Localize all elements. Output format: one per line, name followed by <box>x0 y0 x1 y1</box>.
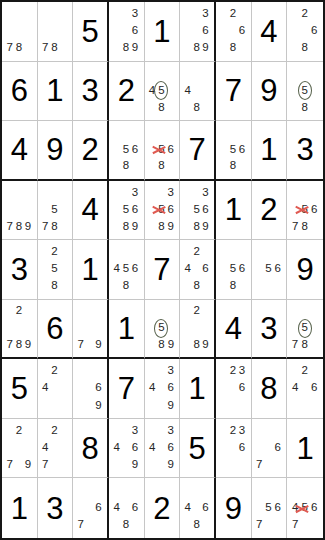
mark-slot <box>183 184 192 201</box>
mark-slot: 8 <box>192 278 201 295</box>
mark-slot: 5 <box>300 201 310 218</box>
cell-r5c5[interactable]: 7 <box>145 240 181 300</box>
pencil-mark: 2 <box>16 425 22 437</box>
cell-r1c3[interactable]: 5 <box>73 2 109 62</box>
pencil-mark: 5 <box>230 144 236 156</box>
cell-r1c2[interactable]: 78 <box>38 2 74 62</box>
cell-r7c5[interactable]: 3469 <box>145 359 181 419</box>
cell-r3c9[interactable]: 3 <box>287 121 323 181</box>
mark-slot <box>14 184 23 201</box>
pencil-marks: 35689 <box>180 181 214 240</box>
mark-slot <box>121 481 130 499</box>
mark-slot <box>310 303 319 320</box>
mark-slot <box>94 362 103 379</box>
mark-slot: 6 <box>273 439 282 456</box>
mark-slot <box>76 320 85 337</box>
mark-slot <box>255 243 264 260</box>
mark-slot: 9 <box>23 456 32 473</box>
cell-r1c6[interactable]: 3689 <box>180 2 216 62</box>
mark-slot <box>59 201 68 218</box>
mark-slot <box>59 218 68 235</box>
pencil-mark: 8 <box>193 42 199 54</box>
cell-r3c8[interactable]: 1 <box>252 121 288 181</box>
cell-r7c2[interactable]: 24 <box>38 359 74 419</box>
pencil-mark: 7 <box>42 42 48 54</box>
mark-slot: 6 <box>201 22 210 39</box>
mark-slot <box>157 380 166 397</box>
mark-slot <box>264 422 273 439</box>
mark-slot <box>112 39 121 56</box>
mark-slot: 4 <box>112 439 121 456</box>
mark-slot <box>183 481 192 499</box>
mark-slot: 4 <box>112 260 121 277</box>
pencil-mark: 6 <box>275 263 281 275</box>
mark-slot <box>23 22 32 39</box>
cell-r4c9[interactable]: 5678 <box>287 181 323 241</box>
cell-r7c8[interactable]: 8 <box>252 359 288 419</box>
mark-slot: 3 <box>130 5 139 22</box>
pencil-mark: 2 <box>51 246 57 258</box>
mark-slot: 4 <box>41 439 50 456</box>
cell-r2c6[interactable]: 48 <box>180 62 216 122</box>
cell-value: 2 <box>82 134 99 165</box>
mark-slot <box>264 278 273 295</box>
cell-r7c1[interactable]: 5 <box>2 359 38 419</box>
pencil-mark-crossed: 5 <box>301 502 307 514</box>
mark-slot: 6 <box>166 141 175 158</box>
mark-slot <box>219 243 228 260</box>
pencil-mark: 6 <box>202 502 208 514</box>
pencil-mark: 4 <box>42 442 48 454</box>
cell-r5c9[interactable]: 9 <box>287 240 323 300</box>
pencil-marks: 568 <box>145 121 180 179</box>
cell-r2c4[interactable]: 2 <box>109 62 145 122</box>
mark-slot: 2 <box>228 5 237 22</box>
mark-slot: 3 <box>166 422 175 439</box>
pencil-mark: 6 <box>202 263 208 275</box>
mark-slot <box>121 124 130 141</box>
pencil-mark: 8 <box>51 42 57 54</box>
cell-value: 6 <box>11 75 28 106</box>
cell-r3c2[interactable]: 9 <box>38 121 74 181</box>
cell-r9c4[interactable]: 468 <box>109 478 145 538</box>
mark-slot <box>41 397 50 414</box>
pencil-mark: 7 <box>292 519 298 531</box>
cell-r4c5[interactable]: 35689 <box>145 181 181 241</box>
pencil-mark: 8 <box>123 221 129 233</box>
mark-slot <box>309 218 319 235</box>
mark-slot <box>264 456 273 473</box>
mark-slot <box>166 303 175 320</box>
pencil-mark: 7 <box>6 221 12 233</box>
cell-r4c7[interactable]: 1 <box>216 181 252 241</box>
mark-slot <box>228 243 237 260</box>
pencil-mark-crossed: 5 <box>301 204 307 216</box>
pencil-mark: 7 <box>256 459 262 471</box>
mark-slot <box>85 481 94 499</box>
pencil-mark: 6 <box>168 382 174 394</box>
mark-slot: 2 <box>50 362 59 379</box>
pencil-mark: 9 <box>132 459 138 471</box>
mark-slot <box>59 39 68 56</box>
pencil-marks: 3689 <box>109 2 144 61</box>
mark-slot: 8 <box>300 99 310 116</box>
cell-r2c9[interactable]: 58 <box>287 62 323 122</box>
pencil-mark: 5 <box>123 204 129 216</box>
mark-slot <box>85 499 94 517</box>
pencil-mark: 6 <box>95 502 101 514</box>
mark-slot <box>201 278 210 295</box>
mark-slot <box>41 184 50 201</box>
mark-slot: 6 <box>201 201 210 218</box>
mark-slot: 3 <box>166 362 175 379</box>
cell-value: 4 <box>11 134 28 165</box>
cell-value: 2 <box>118 75 135 106</box>
cell-r7c9[interactable]: 246 <box>287 359 323 419</box>
cell-value: 1 <box>225 194 242 225</box>
cell-r9c2[interactable]: 3 <box>38 478 74 538</box>
sudoku-board: 7878536891368926842686132458487958492568… <box>0 0 325 540</box>
mark-slot: 8 <box>50 218 59 235</box>
pencil-mark: 4 <box>42 382 48 394</box>
cell-r5c7[interactable]: 568 <box>216 240 252 300</box>
cell-r9c7[interactable]: 9 <box>216 478 252 538</box>
mark-slot <box>183 99 192 116</box>
mark-slot <box>273 278 282 295</box>
cell-value: 1 <box>189 373 206 404</box>
mark-slot: 4 <box>148 439 157 456</box>
pencil-marks: 289 <box>180 300 214 358</box>
mark-slot: 7 <box>290 336 299 353</box>
cell-r8c3[interactable]: 8 <box>73 419 109 479</box>
cell-r8c2[interactable]: 247 <box>38 419 74 479</box>
mark-slot <box>112 481 121 499</box>
pencil-mark: 6 <box>202 25 208 37</box>
mark-slot <box>237 278 246 295</box>
cell-r6c7[interactable]: 4 <box>216 300 252 360</box>
mark-slot <box>148 65 157 82</box>
cell-r4c3[interactable]: 4 <box>73 181 109 241</box>
mark-slot <box>201 99 210 116</box>
mark-slot <box>192 499 201 517</box>
pencil-mark: 4 <box>185 85 191 97</box>
pencil-marks: 247 <box>38 419 73 478</box>
mark-slot: 8 <box>192 99 201 116</box>
pencil-marks: 3469 <box>145 419 180 478</box>
cell-r6c6[interactable]: 289 <box>180 300 216 360</box>
cell-r2c3[interactable]: 3 <box>73 62 109 122</box>
cell-r6c8[interactable]: 3 <box>252 300 288 360</box>
pencil-mark: 3 <box>239 365 245 377</box>
cell-r4c2[interactable]: 578 <box>38 181 74 241</box>
pencil-marks: 3469 <box>109 419 144 478</box>
pencil-mark: 7 <box>42 221 48 233</box>
mark-slot <box>112 141 121 158</box>
mark-slot <box>5 439 14 456</box>
cell-r4c4[interactable]: 35689 <box>109 181 145 241</box>
mark-slot: 9 <box>23 336 32 353</box>
mark-slot <box>148 99 157 116</box>
mark-slot <box>157 456 166 473</box>
pencil-mark: 8 <box>16 42 22 54</box>
mark-slot <box>219 397 228 414</box>
mark-slot: 5 <box>50 201 59 218</box>
mark-slot <box>41 5 50 22</box>
cell-r1c5[interactable]: 1 <box>145 2 181 62</box>
mark-slot: 9 <box>130 39 139 56</box>
mark-slot <box>76 380 85 397</box>
cell-r5c6[interactable]: 2468 <box>180 240 216 300</box>
mark-slot <box>148 124 157 141</box>
mark-slot: 4 <box>183 82 192 99</box>
mark-slot <box>219 124 228 141</box>
cell-value: 1 <box>118 313 135 344</box>
cell-r6c3[interactable]: 79 <box>73 300 109 360</box>
mark-slot <box>121 243 130 260</box>
cell-r6c4[interactable]: 1 <box>109 300 145 360</box>
pencil-mark: 8 <box>193 280 199 292</box>
cell-value: 6 <box>46 313 63 344</box>
mark-slot <box>309 516 319 534</box>
mark-slot <box>76 397 85 414</box>
mark-slot <box>201 65 210 82</box>
mark-slot <box>273 243 282 260</box>
cell-value: 3 <box>11 254 28 285</box>
mark-slot: 8 <box>50 278 59 295</box>
mark-slot: 9 <box>201 218 210 235</box>
cell-r8c9[interactable]: 1 <box>287 419 323 479</box>
cell-r3c5[interactable]: 568 <box>145 121 181 181</box>
cell-r7c6[interactable]: 1 <box>180 359 216 419</box>
mark-slot: 8 <box>121 278 130 295</box>
mark-slot <box>183 336 192 353</box>
cell-r5c1[interactable]: 3 <box>2 240 38 300</box>
mark-slot <box>264 439 273 456</box>
pencil-mark: 6 <box>275 442 281 454</box>
pencil-mark: 7 <box>78 519 84 531</box>
mark-slot <box>201 82 210 99</box>
pencil-mark: 6 <box>132 204 138 216</box>
mark-slot <box>264 481 273 499</box>
cell-r8c1[interactable]: 279 <box>2 419 38 479</box>
cell-r9c5[interactable]: 2 <box>145 478 181 538</box>
mark-slot <box>290 22 300 39</box>
pencil-mark: 7 <box>292 339 298 351</box>
cell-r2c2[interactable]: 1 <box>38 62 74 122</box>
mark-slot <box>157 124 166 141</box>
cell-r3c7[interactable]: 568 <box>216 121 252 181</box>
pencil-mark: 6 <box>239 442 245 454</box>
cell-r1c8[interactable]: 4 <box>252 2 288 62</box>
pencil-marks: 78 <box>2 2 37 61</box>
mark-slot: 3 <box>166 184 175 201</box>
cell-r4c6[interactable]: 35689 <box>180 181 216 241</box>
mark-slot <box>94 481 103 499</box>
cell-r9c3[interactable]: 67 <box>73 478 109 538</box>
mark-slot: 7 <box>41 218 50 235</box>
cell-r2c5[interactable]: 458 <box>145 62 181 122</box>
mark-slot <box>156 303 166 320</box>
mark-slot <box>50 439 59 456</box>
cell-r1c9[interactable]: 268 <box>287 2 323 62</box>
pencil-mark: 2 <box>193 246 199 258</box>
pencil-mark: 8 <box>158 221 164 233</box>
mark-slot: 8 <box>228 278 237 295</box>
mark-slot <box>300 516 310 534</box>
cell-r2c8[interactable]: 9 <box>252 62 288 122</box>
mark-slot <box>300 65 310 82</box>
pencil-marks: 578 <box>287 300 323 358</box>
mark-slot: 2 <box>192 303 201 320</box>
cell-r6c2[interactable]: 6 <box>38 300 74 360</box>
pencil-mark: 8 <box>158 102 164 114</box>
mark-slot <box>273 422 282 439</box>
mark-slot: 5 <box>192 201 201 218</box>
cell-r8c4[interactable]: 3469 <box>109 419 145 479</box>
mark-slot <box>290 303 299 320</box>
mark-slot <box>59 380 68 397</box>
mark-slot: 8 <box>300 39 310 56</box>
mark-slot <box>228 456 237 473</box>
mark-slot <box>112 516 121 534</box>
mark-slot <box>148 218 157 235</box>
cell-value: 7 <box>153 254 170 285</box>
cell-r8c7[interactable]: 236 <box>216 419 252 479</box>
pencil-mark: 8 <box>193 221 199 233</box>
pencil-mark: 7 <box>256 519 262 531</box>
mark-slot: 5 <box>121 201 130 218</box>
pencil-marks: 468 <box>180 478 214 538</box>
mark-slot: 6 <box>166 439 175 456</box>
cell-r4c1[interactable]: 789 <box>2 181 38 241</box>
cell-r9c8[interactable]: 567 <box>252 478 288 538</box>
cell-r4c8[interactable]: 2 <box>252 181 288 241</box>
mark-slot <box>183 218 192 235</box>
pencil-marks: 5678 <box>287 181 323 240</box>
mark-slot: 8 <box>300 336 310 353</box>
mark-slot: 8 <box>50 39 59 56</box>
mark-slot <box>264 516 273 534</box>
mark-slot <box>157 184 166 201</box>
mark-slot: 2 <box>300 362 310 379</box>
pencil-mark: 6 <box>132 25 138 37</box>
cell-r1c1[interactable]: 78 <box>2 2 38 62</box>
mark-slot: 5 <box>157 201 166 218</box>
pencil-mark: 3 <box>202 8 208 20</box>
mark-slot: 5 <box>121 141 130 158</box>
pencil-mark: 8 <box>158 160 164 172</box>
mark-slot: 5 <box>264 499 273 517</box>
mark-slot <box>14 5 23 22</box>
cell-r2c7[interactable]: 7 <box>216 62 252 122</box>
pencil-mark: 8 <box>230 280 236 292</box>
mark-slot <box>183 320 192 337</box>
pencil-mark: 9 <box>202 221 208 233</box>
mark-slot: 6 <box>201 260 210 277</box>
pencil-mark: 8 <box>123 280 129 292</box>
mark-slot <box>148 456 157 473</box>
mark-slot <box>309 481 319 499</box>
mark-slot <box>228 124 237 141</box>
mark-slot <box>121 499 130 517</box>
mark-slot: 9 <box>201 336 210 353</box>
cell-r9c6[interactable]: 468 <box>180 478 216 538</box>
cell-r9c1[interactable]: 1 <box>2 478 38 538</box>
mark-slot: 6 <box>309 380 319 397</box>
mark-slot: 6 <box>130 22 139 39</box>
cell-r2c1[interactable]: 6 <box>2 62 38 122</box>
mark-slot <box>300 397 310 414</box>
cell-r3c3[interactable]: 2 <box>73 121 109 181</box>
mark-slot: 6 <box>130 260 139 277</box>
mark-slot <box>76 481 85 499</box>
mark-slot <box>14 456 23 473</box>
mark-slot <box>309 362 319 379</box>
mark-slot: 6 <box>273 260 282 277</box>
mark-slot <box>112 201 121 218</box>
cell-r8c6[interactable]: 5 <box>180 419 216 479</box>
mark-slot: 2 <box>50 422 59 439</box>
cell-r8c5[interactable]: 3469 <box>145 419 181 479</box>
pencil-mark-circled: 5 <box>298 81 312 100</box>
mark-slot <box>228 380 237 397</box>
cell-r8c8[interactable]: 67 <box>252 419 288 479</box>
cell-r9c9[interactable]: 4567 <box>287 478 323 538</box>
cell-r3c6[interactable]: 7 <box>180 121 216 181</box>
pencil-mark: 4 <box>149 442 155 454</box>
cell-value: 5 <box>82 16 99 47</box>
mark-slot: 5 <box>121 260 130 277</box>
cell-r5c3[interactable]: 1 <box>73 240 109 300</box>
mark-slot: 5 <box>300 499 310 517</box>
mark-slot <box>148 303 157 320</box>
cell-r1c7[interactable]: 268 <box>216 2 252 62</box>
mark-slot <box>130 124 139 141</box>
pencil-mark: 4 <box>185 502 191 514</box>
mark-slot <box>41 422 50 439</box>
cell-r7c7[interactable]: 236 <box>216 359 252 419</box>
cell-r6c9[interactable]: 578 <box>287 300 323 360</box>
pencil-mark: 3 <box>132 425 138 437</box>
mark-slot <box>219 362 228 379</box>
cell-r3c1[interactable]: 4 <box>2 121 38 181</box>
cell-r6c5[interactable]: 589 <box>145 300 181 360</box>
mark-slot <box>59 243 68 260</box>
cell-r7c3[interactable]: 69 <box>73 359 109 419</box>
cell-r7c4[interactable]: 7 <box>109 359 145 419</box>
mark-slot <box>309 5 319 22</box>
pencil-mark: 6 <box>132 502 138 514</box>
mark-slot <box>94 516 103 534</box>
cell-r5c8[interactable]: 56 <box>252 240 288 300</box>
mark-slot <box>309 39 319 56</box>
mark-slot: 8 <box>192 336 201 353</box>
cell-r1c4[interactable]: 3689 <box>109 2 145 62</box>
mark-slot: 9 <box>130 218 139 235</box>
mark-slot <box>5 22 14 39</box>
cell-r6c1[interactable]: 2789 <box>2 300 38 360</box>
mark-slot <box>219 278 228 295</box>
cell-r3c4[interactable]: 568 <box>109 121 145 181</box>
pencil-mark: 5 <box>265 263 271 275</box>
cell-r5c4[interactable]: 4568 <box>109 240 145 300</box>
mark-slot <box>219 380 228 397</box>
mark-slot <box>121 22 130 39</box>
mark-slot <box>183 22 192 39</box>
cell-r5c2[interactable]: 258 <box>38 240 74 300</box>
mark-slot <box>201 481 210 499</box>
mark-slot <box>112 456 121 473</box>
